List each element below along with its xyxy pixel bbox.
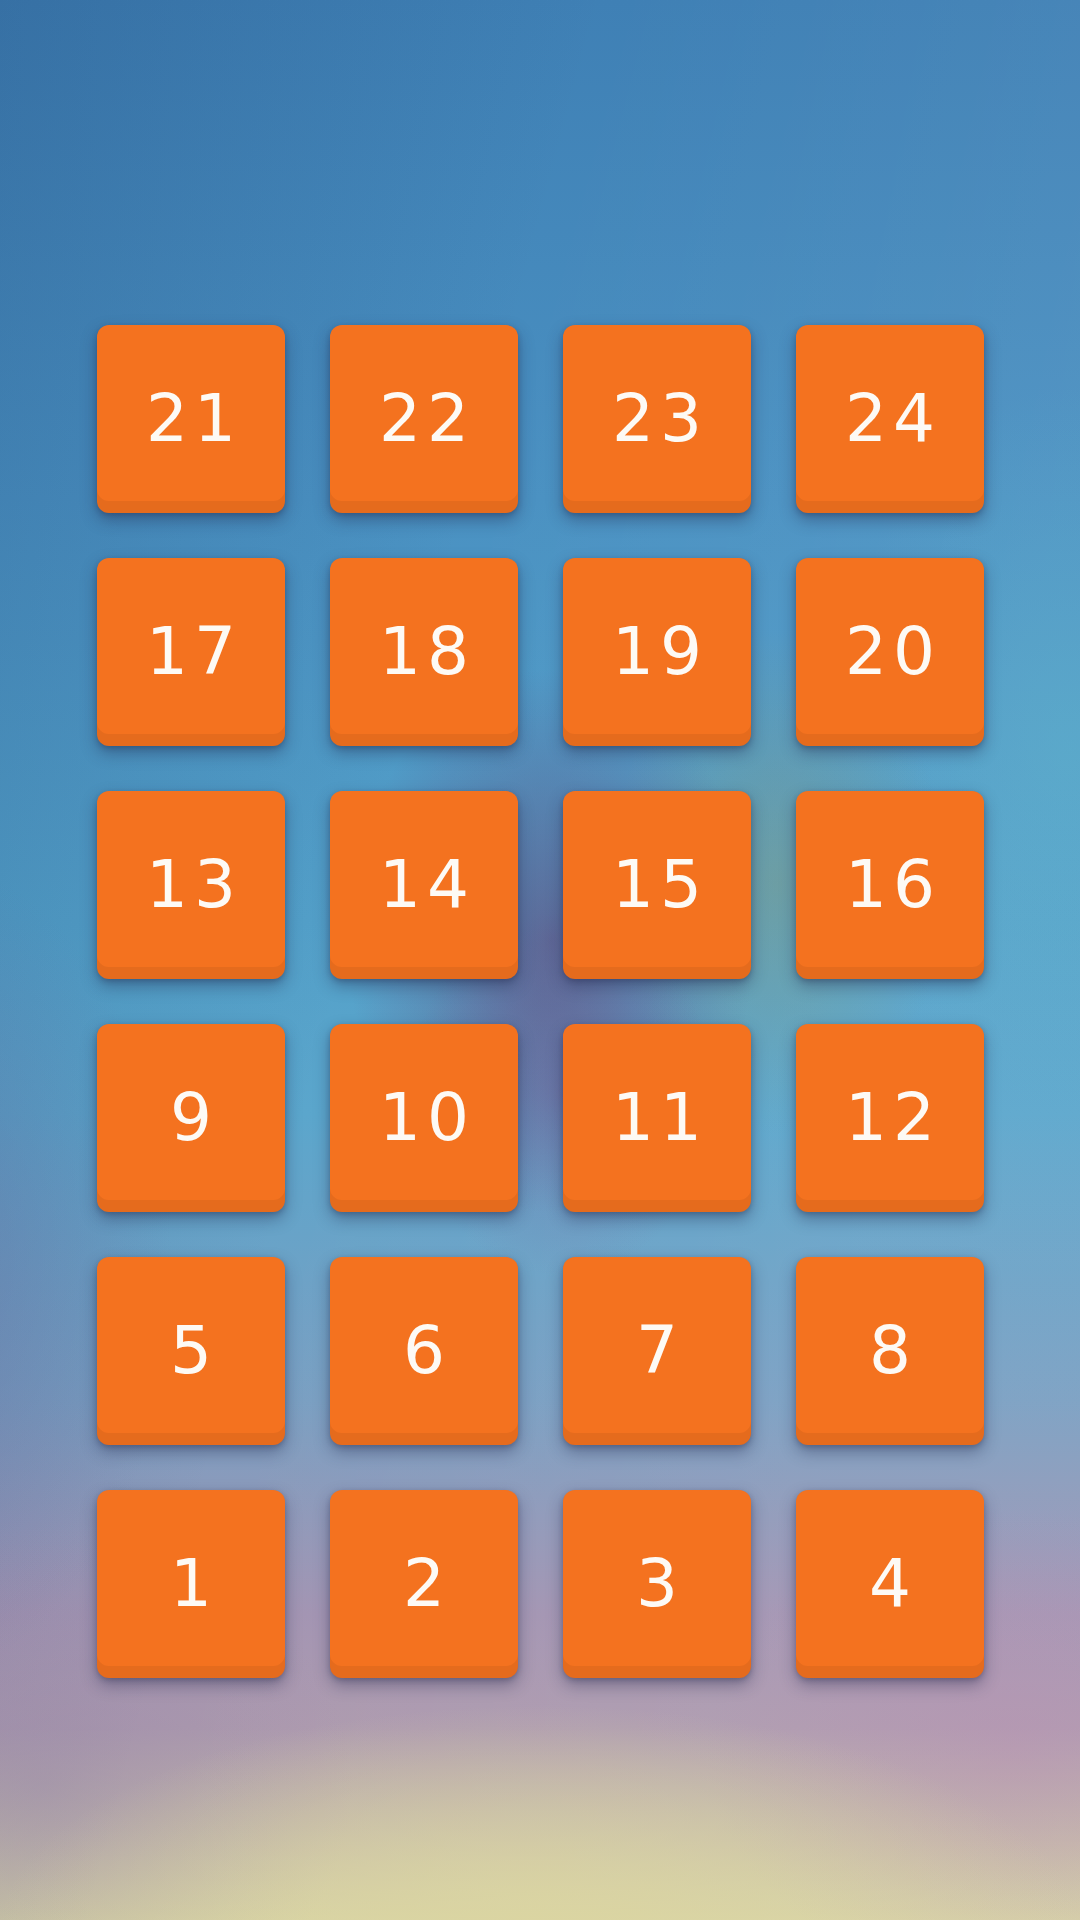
tile-number: 1 <box>170 1551 218 1617</box>
tile-6[interactable]: 6 <box>330 1257 518 1445</box>
tile-number: 4 <box>869 1551 917 1617</box>
tile-9[interactable]: 9 <box>97 1024 285 1212</box>
tile-number: 9 <box>170 1085 218 1151</box>
tile-12[interactable]: 12 <box>796 1024 984 1212</box>
tile-17[interactable]: 17 <box>97 558 285 746</box>
tile-number: 19 <box>612 619 708 685</box>
tile-23[interactable]: 23 <box>563 325 751 513</box>
tile-number: 6 <box>403 1318 451 1384</box>
tile-11[interactable]: 11 <box>563 1024 751 1212</box>
tile-13[interactable]: 13 <box>97 791 285 979</box>
tile-4[interactable]: 4 <box>796 1490 984 1678</box>
tile-number: 11 <box>612 1085 708 1151</box>
tile-number: 8 <box>869 1318 917 1384</box>
tile-number: 10 <box>379 1085 475 1151</box>
tile-18[interactable]: 18 <box>330 558 518 746</box>
board: 212223241718192013141516910111256781234 <box>97 325 984 1678</box>
tile-7[interactable]: 7 <box>563 1257 751 1445</box>
tile-3[interactable]: 3 <box>563 1490 751 1678</box>
tile-5[interactable]: 5 <box>97 1257 285 1445</box>
tile-number: 13 <box>146 852 242 918</box>
tile-number: 23 <box>612 386 708 452</box>
tile-16[interactable]: 16 <box>796 791 984 979</box>
tile-19[interactable]: 19 <box>563 558 751 746</box>
tile-24[interactable]: 24 <box>796 325 984 513</box>
tile-number: 15 <box>612 852 708 918</box>
tile-number: 20 <box>845 619 941 685</box>
tile-number: 7 <box>636 1318 684 1384</box>
tile-number: 3 <box>636 1551 684 1617</box>
tile-21[interactable]: 21 <box>97 325 285 513</box>
tile-8[interactable]: 8 <box>796 1257 984 1445</box>
tile-number: 22 <box>379 386 475 452</box>
tile-20[interactable]: 20 <box>796 558 984 746</box>
tile-15[interactable]: 15 <box>563 791 751 979</box>
tile-number: 21 <box>146 386 242 452</box>
tile-number: 24 <box>845 386 941 452</box>
tile-number: 16 <box>845 852 941 918</box>
tile-14[interactable]: 14 <box>330 791 518 979</box>
tile-1[interactable]: 1 <box>97 1490 285 1678</box>
tile-10[interactable]: 10 <box>330 1024 518 1212</box>
tile-number: 18 <box>379 619 475 685</box>
tile-number: 5 <box>170 1318 218 1384</box>
tile-number: 2 <box>403 1551 451 1617</box>
tile-2[interactable]: 2 <box>330 1490 518 1678</box>
tile-number: 14 <box>379 852 475 918</box>
tile-number: 17 <box>146 619 242 685</box>
tile-22[interactable]: 22 <box>330 325 518 513</box>
tile-number: 12 <box>845 1085 941 1151</box>
